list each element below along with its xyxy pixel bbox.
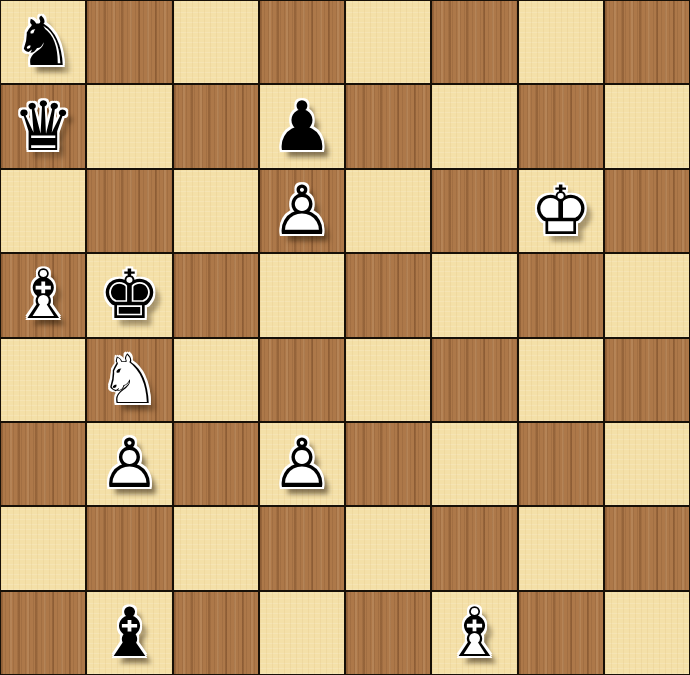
black-pawn-glyph: ♟ <box>260 85 344 167</box>
square-d5[interactable] <box>260 254 344 336</box>
square-g7[interactable] <box>519 85 603 167</box>
square-d7[interactable]: ♟ <box>260 85 344 167</box>
piece-white-pawn[interactable]: ♟♙ <box>260 170 344 252</box>
square-e8[interactable] <box>346 1 430 83</box>
square-a8[interactable]: ♞ <box>1 1 85 83</box>
black-queen-glyph: ♛ <box>1 85 85 167</box>
square-f5[interactable] <box>432 254 516 336</box>
square-a4[interactable] <box>1 339 85 421</box>
square-g6[interactable]: ♚♔ <box>519 170 603 252</box>
square-c5[interactable] <box>174 254 258 336</box>
piece-black-pawn[interactable]: ♟ <box>260 85 344 167</box>
square-d2[interactable] <box>260 507 344 589</box>
square-f3[interactable] <box>432 423 516 505</box>
piece-white-bishop[interactable]: ♝♗ <box>432 592 516 674</box>
square-e7[interactable] <box>346 85 430 167</box>
square-h3[interactable] <box>605 423 689 505</box>
piece-white-king[interactable]: ♚♔ <box>519 170 603 252</box>
square-h6[interactable] <box>605 170 689 252</box>
white-bishop-outline: ♗ <box>1 254 85 336</box>
square-d6[interactable]: ♟♙ <box>260 170 344 252</box>
square-c3[interactable] <box>174 423 258 505</box>
square-c8[interactable] <box>174 1 258 83</box>
piece-black-queen[interactable]: ♛ <box>1 85 85 167</box>
white-pawn-outline: ♙ <box>260 423 344 505</box>
square-g1[interactable] <box>519 592 603 674</box>
white-king-outline: ♔ <box>519 170 603 252</box>
square-e1[interactable] <box>346 592 430 674</box>
square-h2[interactable] <box>605 507 689 589</box>
piece-white-knight[interactable]: ♞♘ <box>87 339 171 421</box>
square-f7[interactable] <box>432 85 516 167</box>
square-b3[interactable]: ♟♙ <box>87 423 171 505</box>
square-h1[interactable] <box>605 592 689 674</box>
square-g3[interactable] <box>519 423 603 505</box>
piece-black-bishop[interactable]: ♝ <box>87 592 171 674</box>
square-d4[interactable] <box>260 339 344 421</box>
piece-white-pawn[interactable]: ♟♙ <box>260 423 344 505</box>
square-e4[interactable] <box>346 339 430 421</box>
square-c2[interactable] <box>174 507 258 589</box>
square-h7[interactable] <box>605 85 689 167</box>
square-c1[interactable] <box>174 592 258 674</box>
square-f4[interactable] <box>432 339 516 421</box>
white-knight-outline: ♘ <box>87 339 171 421</box>
square-b4[interactable]: ♞♘ <box>87 339 171 421</box>
square-b2[interactable] <box>87 507 171 589</box>
square-g4[interactable] <box>519 339 603 421</box>
square-a6[interactable] <box>1 170 85 252</box>
square-b6[interactable] <box>87 170 171 252</box>
square-e5[interactable] <box>346 254 430 336</box>
piece-white-bishop[interactable]: ♝♗ <box>1 254 85 336</box>
square-b7[interactable] <box>87 85 171 167</box>
black-bishop-glyph: ♝ <box>87 592 171 674</box>
square-e3[interactable] <box>346 423 430 505</box>
square-a7[interactable]: ♛ <box>1 85 85 167</box>
square-c4[interactable] <box>174 339 258 421</box>
square-a3[interactable] <box>1 423 85 505</box>
square-a2[interactable] <box>1 507 85 589</box>
square-d3[interactable]: ♟♙ <box>260 423 344 505</box>
white-bishop-outline: ♗ <box>432 592 516 674</box>
square-b5[interactable]: ♚ <box>87 254 171 336</box>
piece-white-pawn[interactable]: ♟♙ <box>87 423 171 505</box>
square-e6[interactable] <box>346 170 430 252</box>
square-e2[interactable] <box>346 507 430 589</box>
piece-black-knight[interactable]: ♞ <box>1 1 85 83</box>
white-pawn-outline: ♙ <box>87 423 171 505</box>
square-g5[interactable] <box>519 254 603 336</box>
square-f6[interactable] <box>432 170 516 252</box>
square-h8[interactable] <box>605 1 689 83</box>
square-c7[interactable] <box>174 85 258 167</box>
white-pawn-outline: ♙ <box>260 170 344 252</box>
square-d8[interactable] <box>260 1 344 83</box>
black-king-glyph: ♚ <box>87 254 171 336</box>
square-h4[interactable] <box>605 339 689 421</box>
square-c6[interactable] <box>174 170 258 252</box>
square-d1[interactable] <box>260 592 344 674</box>
piece-black-king[interactable]: ♚ <box>87 254 171 336</box>
square-f1[interactable]: ♝♗ <box>432 592 516 674</box>
square-g2[interactable] <box>519 507 603 589</box>
square-a1[interactable] <box>1 592 85 674</box>
square-h5[interactable] <box>605 254 689 336</box>
square-a5[interactable]: ♝♗ <box>1 254 85 336</box>
chess-board: ♞♛♟♟♙♚♔♝♗♚♞♘♟♙♟♙♝♝♗ <box>0 0 690 675</box>
black-knight-glyph: ♞ <box>1 1 85 83</box>
square-b8[interactable] <box>87 1 171 83</box>
square-b1[interactable]: ♝ <box>87 592 171 674</box>
square-g8[interactable] <box>519 1 603 83</box>
square-f8[interactable] <box>432 1 516 83</box>
square-f2[interactable] <box>432 507 516 589</box>
